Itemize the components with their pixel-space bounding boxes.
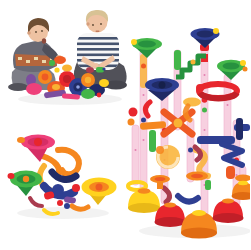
blue-s-track <box>178 196 198 202</box>
dome-base <box>181 228 217 239</box>
right-boy-eye <box>92 24 94 26</box>
marble-blue <box>188 148 193 153</box>
marble-blue <box>141 118 146 123</box>
tube <box>132 125 139 185</box>
pile-orange-top <box>54 56 66 64</box>
cluster-orange-loop <box>58 150 79 175</box>
red-bit <box>129 108 138 117</box>
blue-funnel-top <box>191 28 220 51</box>
orange-marble <box>243 67 248 72</box>
base-dome-yellow <box>128 188 160 213</box>
funnel-inner <box>138 41 156 48</box>
dome-base <box>213 213 244 223</box>
held-blue-bit <box>102 67 105 70</box>
pink-funnel-orange-nub <box>17 137 25 143</box>
marble-green <box>202 108 207 113</box>
orange-knob <box>156 146 164 154</box>
pile-red-bit <box>97 93 102 98</box>
right-boy-mouth <box>96 31 100 32</box>
cluster-red-bit <box>72 184 80 192</box>
yellow-funnel <box>82 178 117 206</box>
cluster-maroon-arc <box>30 198 42 206</box>
red-curve <box>145 102 150 116</box>
funnel-inner <box>197 31 214 38</box>
cluster-orange-squiggle <box>72 206 88 209</box>
orange-bit <box>128 119 135 126</box>
right-boy-ear <box>86 22 89 25</box>
pile-pink-piece <box>26 83 42 95</box>
yellow-marble <box>131 39 137 45</box>
cluster-blue-marble <box>64 203 70 209</box>
left-boy-open-mouth <box>42 38 46 44</box>
left-boy-eye <box>41 30 43 32</box>
dome-ring <box>138 188 151 194</box>
pile-orange-spiral-core <box>42 74 49 81</box>
cluster-red-marble <box>57 200 63 206</box>
dome-base <box>128 203 160 213</box>
pink-funnel-hole <box>34 138 42 146</box>
held-maroon-piece <box>86 67 94 73</box>
right-boy-eye <box>100 23 102 25</box>
left-boy-foot <box>8 83 28 91</box>
funnel-hole <box>191 174 203 178</box>
green-funnel-marble <box>23 176 29 182</box>
green-funnel <box>8 171 43 197</box>
pile-orange-spiral-core <box>85 77 91 83</box>
funnel-hole <box>159 82 166 89</box>
yellow-marble <box>240 60 246 66</box>
dome-ring <box>164 202 176 207</box>
base-dome-orange <box>181 210 217 239</box>
funnel-hole <box>155 177 166 181</box>
left-boy-eye <box>35 31 37 33</box>
pile-amber-bit <box>62 64 72 71</box>
left-boy-ear <box>27 31 31 35</box>
blue-t-post <box>236 118 243 140</box>
yellow-marble <box>213 28 219 34</box>
blue-h-bar <box>197 136 235 144</box>
maroon-curve <box>195 147 201 160</box>
staircase-marble <box>191 60 196 65</box>
marble-tower <box>128 28 251 239</box>
pile-green-piece <box>81 89 95 99</box>
pile-blue-ring-center <box>76 85 80 89</box>
blue-zigzag <box>222 144 242 165</box>
marble-orange <box>141 64 146 69</box>
green-funnel-top-right <box>217 60 248 80</box>
tube <box>201 42 208 222</box>
cluster-shadow <box>17 207 109 219</box>
dome-ring <box>238 181 248 185</box>
product-photo-canvas <box>0 0 250 250</box>
yellow-funnel-hole <box>96 184 103 191</box>
green-funnel-top-left <box>131 38 162 58</box>
pile-red-funnel-hole <box>63 75 71 83</box>
red-swirl-front <box>200 93 237 98</box>
children-inset <box>8 10 127 100</box>
spiral-cluster <box>8 135 117 215</box>
orange-connector <box>226 166 235 179</box>
dome-ring <box>222 198 234 203</box>
green-bit <box>205 180 211 190</box>
green-funnel-red-nub <box>8 173 15 179</box>
marble-run-scene <box>0 0 250 250</box>
pile-green-bit <box>49 60 55 66</box>
small-orange-funnel <box>186 172 208 181</box>
red-swirl-curl <box>196 84 204 92</box>
dome-base <box>155 217 186 227</box>
green-tube-segment <box>149 130 156 152</box>
orange-cross-hub <box>174 119 183 128</box>
green-tube-segment <box>174 50 181 70</box>
dome-ring <box>192 210 206 216</box>
pile-yellow-bit <box>54 67 59 72</box>
pile-orange-funnel-hole <box>52 84 60 90</box>
pile-yellow-piece <box>99 79 109 87</box>
cluster-purple-piece <box>64 196 77 204</box>
funnel-inner <box>223 63 240 70</box>
